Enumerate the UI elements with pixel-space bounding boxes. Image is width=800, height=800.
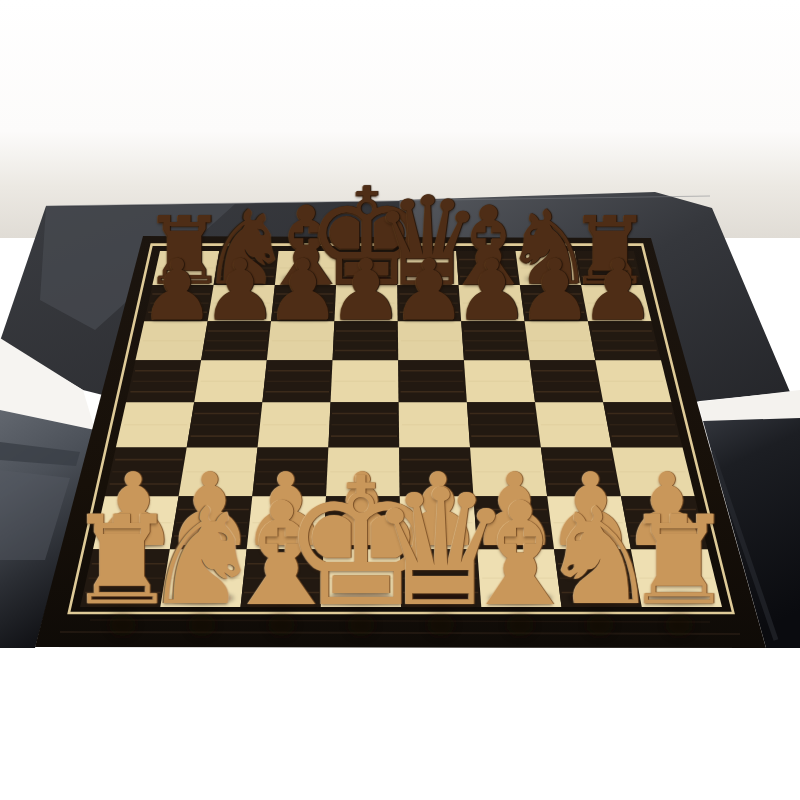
chessboard [0, 0, 800, 800]
piece-light-rook-h1[interactable]: ♜ [625, 500, 734, 622]
piece-dark-pawn-h7[interactable]: ♟ [580, 248, 655, 332]
product-photo-chess-set: ♜♞♝♚♛♝♞♜♟♟♟♟♟♟♟♟♟♟♟♟♟♟♟♟♜♞♝♚♛♝♞♜ [0, 0, 800, 800]
